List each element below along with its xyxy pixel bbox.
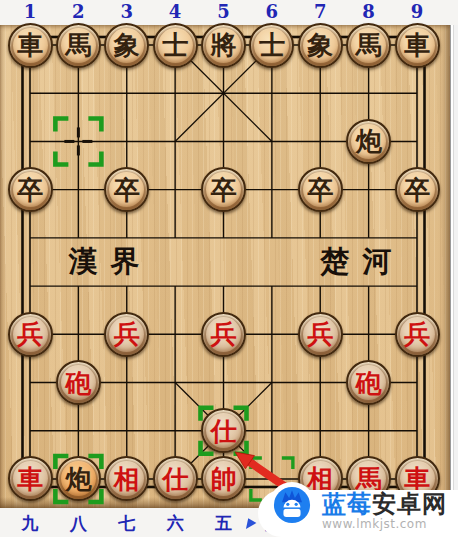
piece-black-卒-c9r4[interactable]: 卒 [395,167,440,212]
xiangqi-app-screen: 123456789 漢界 楚河 車馬象士將士象馬車炮卒卒卒卒卒兵兵兵兵兵砲砲仕車… [0,0,458,537]
piece-black-卒-c1r4[interactable]: 卒 [8,167,53,212]
watermark-text: 蓝莓安卓网 www.lmkjst.com [322,492,454,531]
piece-black-炮-c2r10[interactable]: 炮 [56,456,101,501]
piece-black-車-c9r1[interactable]: 車 [395,23,440,68]
piece-black-士-c4r1[interactable]: 士 [153,23,198,68]
piece-red-仕-c5r9[interactable]: 仕 [201,408,246,453]
pieces-layer: 車馬象士將士象馬車炮卒卒卒卒卒兵兵兵兵兵砲砲仕車炮相仕帥相馬車 [0,0,458,537]
piece-red-兵-c5r7[interactable]: 兵 [201,312,246,357]
piece-red-砲-c2r8[interactable]: 砲 [56,360,101,405]
watermark-name-highlight: 蓝莓 [322,490,372,518]
piece-red-帥-c5r10[interactable]: 帥 [201,456,246,501]
android-robot-icon [273,486,311,524]
piece-red-仕-c4r10[interactable]: 仕 [153,456,198,501]
watermark-name-rest: 安卓网 [372,490,447,518]
piece-black-士-c6r1[interactable]: 士 [249,23,294,68]
side-panel-edge [450,25,458,537]
piece-red-兵-c9r7[interactable]: 兵 [395,312,440,357]
piece-black-馬-c8r1[interactable]: 馬 [346,23,391,68]
watermark-site-name: 蓝莓安卓网 [322,492,454,517]
piece-red-兵-c7r7[interactable]: 兵 [298,312,343,357]
piece-black-卒-c7r4[interactable]: 卒 [298,167,343,212]
piece-red-兵-c3r7[interactable]: 兵 [104,312,149,357]
piece-black-象-c3r1[interactable]: 象 [104,23,149,68]
piece-black-炮-c8r3[interactable]: 炮 [346,119,391,164]
piece-black-車-c1r1[interactable]: 車 [8,23,53,68]
piece-red-砲-c8r8[interactable]: 砲 [346,360,391,405]
piece-black-將-c5r1[interactable]: 將 [201,23,246,68]
watermark-badge: 蓝莓安卓网 www.lmkjst.com [258,490,458,537]
piece-red-相-c3r10[interactable]: 相 [104,456,149,501]
piece-black-象-c7r1[interactable]: 象 [298,23,343,68]
piece-black-卒-c5r4[interactable]: 卒 [201,167,246,212]
watermark-url: www.lmkjst.com [322,517,454,531]
piece-red-兵-c1r7[interactable]: 兵 [8,312,53,357]
piece-red-車-c1r10[interactable]: 車 [8,456,53,501]
piece-black-卒-c3r4[interactable]: 卒 [104,167,149,212]
piece-black-馬-c2r1[interactable]: 馬 [56,23,101,68]
